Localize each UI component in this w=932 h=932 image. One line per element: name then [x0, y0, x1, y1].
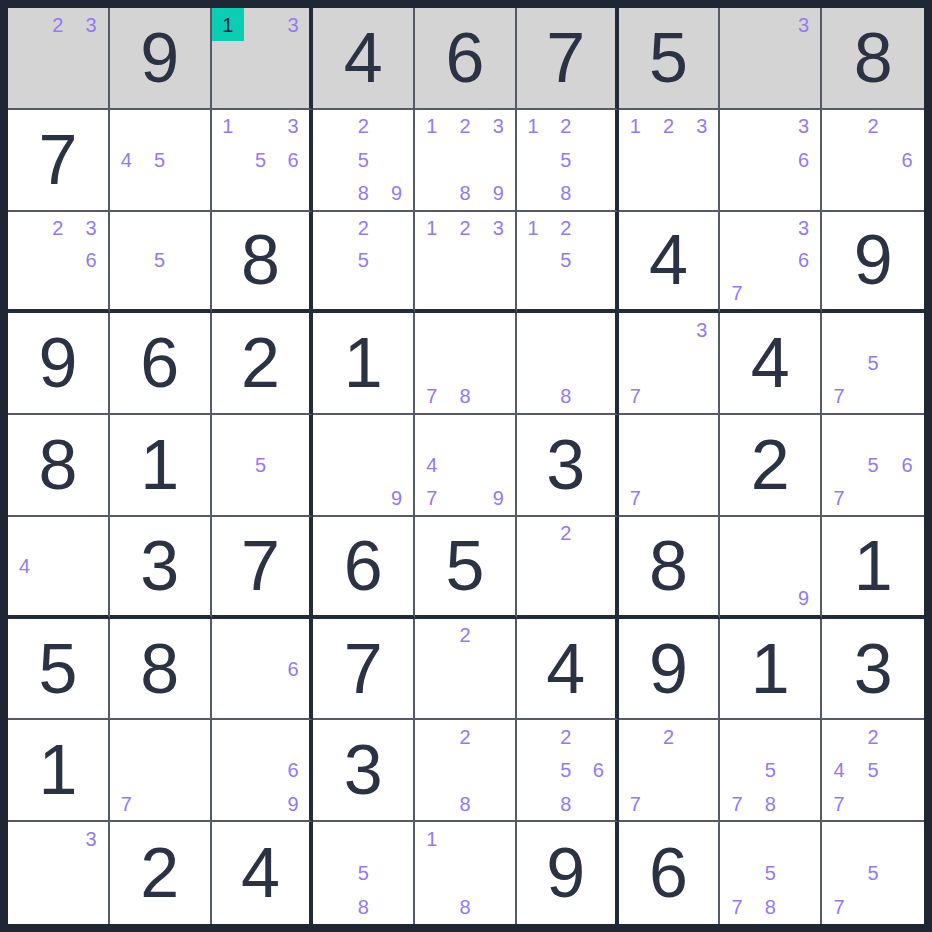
candidate-slot — [685, 787, 718, 820]
candidate-slot — [110, 244, 143, 277]
candidate-slot — [41, 41, 74, 74]
candidate-slot — [652, 143, 685, 176]
candidate-slot — [313, 176, 346, 209]
cell-r4c3[interactable]: 2 — [212, 313, 314, 415]
candidate-slot — [313, 277, 346, 310]
candidate-slot — [856, 822, 890, 856]
cell-r8c9[interactable]: 2457 — [822, 720, 924, 822]
candidate-slot — [41, 517, 74, 550]
cell-r7c4[interactable]: 7 — [313, 619, 415, 721]
cell-r8c1[interactable]: 1 — [8, 720, 110, 822]
cell-r4c1[interactable]: 9 — [8, 313, 110, 415]
candidate-slot — [482, 380, 515, 413]
candidate-slot — [787, 822, 820, 856]
candidate-slot — [890, 347, 924, 380]
candidate-slot — [110, 754, 143, 787]
candidate-4: 4 — [110, 143, 143, 176]
cell-r4c4[interactable]: 1 — [313, 313, 415, 415]
candidate-slot — [652, 482, 685, 515]
cell-value: 3 — [854, 634, 893, 704]
cell-r7c1[interactable]: 5 — [8, 619, 110, 721]
candidate-slot — [517, 244, 550, 277]
cell-r8c8[interactable]: 578 — [720, 720, 822, 822]
candidate-slot — [415, 143, 448, 176]
candidate-grid: 236 — [8, 212, 108, 310]
candidate-slot — [482, 685, 515, 718]
candidate-slot — [822, 822, 856, 856]
cell-r4c2[interactable]: 6 — [110, 313, 212, 415]
candidate-slot — [890, 482, 924, 515]
candidate-slot — [415, 244, 448, 277]
candidate-slot — [313, 890, 346, 924]
candidate-5: 5 — [754, 856, 787, 890]
candidate-3: 3 — [685, 110, 718, 143]
candidate-slot — [890, 380, 924, 413]
candidate-3: 3 — [482, 212, 515, 245]
candidate-slot — [448, 822, 481, 856]
candidate-2: 2 — [41, 212, 74, 245]
candidate-slot — [313, 822, 346, 856]
cell-r5c2[interactable]: 1 — [110, 415, 212, 517]
candidate-5: 5 — [347, 143, 380, 176]
cell-value: 5 — [38, 634, 77, 704]
cell-r5c7[interactable]: 7 — [619, 415, 721, 517]
candidate-slot — [787, 517, 820, 550]
candidate-grid: 57 — [822, 822, 924, 924]
cell-r7c3[interactable]: 6 — [212, 619, 314, 721]
cell-r6c9[interactable]: 1 — [822, 517, 924, 619]
candidate-8: 8 — [347, 176, 380, 209]
candidate-slot — [856, 787, 890, 820]
candidate-slot — [244, 685, 277, 718]
cell-r3c6[interactable]: 125 — [517, 212, 619, 314]
candidate-slot — [110, 176, 143, 209]
candidate-grid: 58 — [313, 822, 413, 924]
candidate-2: 2 — [448, 212, 481, 245]
candidate-slot — [176, 176, 209, 209]
candidate-2: 2 — [41, 8, 74, 41]
cell-r2c6[interactable]: 1258 — [517, 110, 619, 212]
candidate-slot — [41, 890, 74, 924]
cell-r9c8[interactable]: 578 — [720, 822, 822, 924]
candidate-7: 7 — [822, 482, 856, 515]
candidate-slot — [212, 143, 245, 176]
candidate-slot — [652, 415, 685, 448]
candidate-slot — [380, 277, 413, 310]
candidate-3: 3 — [75, 8, 108, 41]
candidate-slot — [787, 75, 820, 108]
cell-r3c8[interactable]: 367 — [720, 212, 822, 314]
cell-r5c9[interactable]: 567 — [822, 415, 924, 517]
cell-value: 1 — [751, 634, 790, 704]
candidate-2: 2 — [549, 720, 582, 753]
candidate-5: 5 — [856, 347, 890, 380]
candidate-grid: 9 — [313, 415, 413, 515]
candidate-grid: 36 — [720, 110, 820, 210]
cell-r5c4[interactable]: 9 — [313, 415, 415, 517]
cell-r7c5[interactable]: 2 — [415, 619, 517, 721]
cell-r4c9[interactable]: 57 — [822, 313, 924, 415]
cell-value: 6 — [140, 328, 179, 398]
candidate-slot — [143, 277, 176, 310]
cell-r1c5[interactable]: 6 — [415, 8, 517, 110]
candidate-slot — [652, 347, 685, 380]
candidate-slot — [720, 143, 753, 176]
cell-r2c4[interactable]: 2589 — [313, 110, 415, 212]
candidate-slot — [890, 176, 924, 209]
cell-r2c2[interactable]: 45 — [110, 110, 212, 212]
candidate-slot — [244, 415, 277, 448]
candidate-slot — [754, 549, 787, 582]
candidate-slot — [652, 313, 685, 346]
cell-r3c5[interactable]: 123 — [415, 212, 517, 314]
cell-r8c4[interactable]: 3 — [313, 720, 415, 822]
cell-r4c8[interactable]: 4 — [720, 313, 822, 415]
candidate-grid: 45 — [110, 110, 210, 210]
candidate-grid: 4 — [8, 517, 108, 615]
candidate-6: 6 — [890, 448, 924, 481]
candidate-3: 3 — [787, 110, 820, 143]
candidate-6: 6 — [277, 143, 310, 176]
cell-r7c7[interactable]: 9 — [619, 619, 721, 721]
candidate-5: 5 — [347, 856, 380, 890]
candidate-slot — [244, 176, 277, 209]
cell-r9c5[interactable]: 18 — [415, 822, 517, 924]
candidate-1: 1 — [415, 110, 448, 143]
candidate-8: 8 — [549, 787, 582, 820]
candidate-slot — [787, 754, 820, 787]
candidate-grid: 23 — [8, 8, 108, 108]
candidate-slot — [415, 787, 448, 820]
candidate-slot — [720, 720, 753, 753]
candidate-slot — [212, 652, 245, 685]
cell-r8c3[interactable]: 69 — [212, 720, 314, 822]
cell-value: 8 — [140, 634, 179, 704]
candidate-slot — [75, 582, 108, 615]
candidate-slot — [856, 176, 890, 209]
candidate-slot — [787, 549, 820, 582]
candidate-slot — [754, 143, 787, 176]
candidate-9: 9 — [380, 482, 413, 515]
cell-r4c5[interactable]: 78 — [415, 313, 517, 415]
candidate-1: 1 — [212, 8, 245, 41]
candidate-8: 8 — [754, 787, 787, 820]
cell-r5c5[interactable]: 479 — [415, 415, 517, 517]
candidate-slot — [176, 720, 209, 753]
candidate-slot — [787, 176, 820, 209]
candidate-slot — [415, 313, 448, 346]
cell-r3c2[interactable]: 5 — [110, 212, 212, 314]
candidate-1: 1 — [415, 212, 448, 245]
candidate-slot — [720, 822, 753, 856]
candidate-8: 8 — [448, 890, 481, 924]
cell-r9c4[interactable]: 58 — [313, 822, 415, 924]
candidate-slot — [549, 582, 582, 615]
cell-r6c3[interactable]: 7 — [212, 517, 314, 619]
candidate-slot — [347, 277, 380, 310]
cell-value: 2 — [140, 838, 179, 908]
candidate-6: 6 — [277, 652, 310, 685]
candidate-grid: 3 — [720, 8, 820, 108]
candidate-slot — [856, 313, 890, 346]
candidate-slot — [380, 890, 413, 924]
candidate-slot — [482, 619, 515, 652]
candidate-slot — [890, 415, 924, 448]
cell-value: 4 — [649, 225, 688, 295]
candidate-slot — [448, 685, 481, 718]
candidate-5: 5 — [347, 244, 380, 277]
cell-r1c3[interactable]: 13 — [212, 8, 314, 110]
candidate-3: 3 — [277, 110, 310, 143]
candidate-slot — [482, 415, 515, 448]
cell-r9c2[interactable]: 2 — [110, 822, 212, 924]
cell-value: 6 — [344, 531, 383, 601]
cell-r9c6[interactable]: 9 — [517, 822, 619, 924]
candidate-slot — [8, 75, 41, 108]
cell-r7c8[interactable]: 1 — [720, 619, 822, 721]
cell-r8c7[interactable]: 27 — [619, 720, 721, 822]
cell-r9c9[interactable]: 57 — [822, 822, 924, 924]
candidate-slot — [517, 582, 550, 615]
candidate-4: 4 — [415, 448, 448, 481]
candidate-8: 8 — [549, 380, 582, 413]
cell-value: 6 — [649, 838, 688, 908]
candidate-slot — [143, 787, 176, 820]
candidate-slot — [482, 448, 515, 481]
cell-r5c1[interactable]: 8 — [8, 415, 110, 517]
candidate-slot — [890, 110, 924, 143]
candidate-slot — [890, 890, 924, 924]
cell-value: 4 — [546, 634, 585, 704]
candidate-slot — [313, 244, 346, 277]
candidate-2: 2 — [856, 720, 890, 753]
candidate-2: 2 — [549, 110, 582, 143]
candidate-3: 3 — [75, 822, 108, 856]
candidate-slot — [720, 110, 753, 143]
cell-r6c1[interactable]: 4 — [8, 517, 110, 619]
candidate-7: 7 — [822, 787, 856, 820]
cell-r5c3[interactable]: 5 — [212, 415, 314, 517]
candidate-slot — [482, 856, 515, 890]
cell-r9c3[interactable]: 4 — [212, 822, 314, 924]
candidate-slot — [8, 582, 41, 615]
candidate-slot — [380, 822, 413, 856]
candidate-grid: 3 — [8, 822, 108, 924]
cell-value: 3 — [344, 735, 383, 805]
cell-r5c8[interactable]: 2 — [720, 415, 822, 517]
candidate-slot — [720, 176, 753, 209]
candidate-7: 7 — [619, 482, 652, 515]
candidate-slot — [890, 720, 924, 753]
candidate-5: 5 — [143, 244, 176, 277]
candidate-5: 5 — [143, 143, 176, 176]
cell-r8c5[interactable]: 28 — [415, 720, 517, 822]
candidate-slot — [41, 822, 74, 856]
candidate-9: 9 — [482, 482, 515, 515]
candidate-slot — [652, 754, 685, 787]
candidate-slot — [582, 212, 615, 245]
cell-r1c7[interactable]: 5 — [619, 8, 721, 110]
candidate-slot — [313, 415, 346, 448]
cell-r1c4[interactable]: 4 — [313, 8, 415, 110]
candidate-grid: 69 — [212, 720, 310, 820]
cell-r1c2[interactable]: 9 — [110, 8, 212, 110]
cell-r6c6[interactable]: 2 — [517, 517, 619, 619]
candidate-slot — [380, 244, 413, 277]
candidate-2: 2 — [652, 110, 685, 143]
cell-r4c7[interactable]: 37 — [619, 313, 721, 415]
candidate-slot — [347, 822, 380, 856]
candidate-6: 6 — [277, 754, 310, 787]
cell-r6c8[interactable]: 9 — [720, 517, 822, 619]
candidate-1: 1 — [619, 110, 652, 143]
candidate-6: 6 — [890, 143, 924, 176]
candidate-grid: 18 — [415, 822, 515, 924]
candidate-slot — [313, 212, 346, 245]
candidate-slot — [856, 415, 890, 448]
candidate-slot — [244, 787, 277, 820]
cell-r9c7[interactable]: 6 — [619, 822, 721, 924]
candidate-slot — [415, 856, 448, 890]
candidate-slot — [549, 549, 582, 582]
candidate-slot — [277, 685, 310, 718]
candidate-slot — [582, 517, 615, 550]
cell-r6c2[interactable]: 3 — [110, 517, 212, 619]
candidate-grid: 27 — [619, 720, 719, 820]
cell-value: 1 — [854, 531, 893, 601]
cell-r1c6[interactable]: 7 — [517, 8, 619, 110]
candidate-slot — [448, 313, 481, 346]
cell-r2c3[interactable]: 1356 — [212, 110, 314, 212]
candidate-slot — [277, 415, 310, 448]
cell-r4c6[interactable]: 8 — [517, 313, 619, 415]
candidate-slot — [244, 41, 277, 74]
candidate-grid: 1356 — [212, 110, 310, 210]
cell-r5c6[interactable]: 3 — [517, 415, 619, 517]
cell-value: 9 — [140, 23, 179, 93]
cell-r7c2[interactable]: 8 — [110, 619, 212, 721]
candidate-slot — [517, 720, 550, 753]
cell-r6c4[interactable]: 6 — [313, 517, 415, 619]
candidate-slot — [685, 720, 718, 753]
cell-r6c7[interactable]: 8 — [619, 517, 721, 619]
candidate-slot — [143, 110, 176, 143]
cell-r6c5[interactable]: 5 — [415, 517, 517, 619]
cell-r2c1[interactable]: 7 — [8, 110, 110, 212]
cell-value: 8 — [649, 531, 688, 601]
cell-r8c6[interactable]: 2568 — [517, 720, 619, 822]
candidate-slot — [754, 517, 787, 550]
candidate-slot — [517, 347, 550, 380]
candidate-slot — [685, 415, 718, 448]
candidate-slot — [720, 212, 753, 245]
cell-r1c1[interactable]: 23 — [8, 8, 110, 110]
candidate-grid: 125 — [517, 212, 615, 310]
cell-value: 7 — [241, 531, 280, 601]
candidate-slot — [448, 143, 481, 176]
cell-value: 1 — [140, 430, 179, 500]
candidate-grid: 2457 — [822, 720, 924, 820]
cell-r3c7[interactable]: 4 — [619, 212, 721, 314]
cell-r2c8[interactable]: 36 — [720, 110, 822, 212]
candidate-slot — [652, 380, 685, 413]
candidate-5: 5 — [856, 754, 890, 787]
cell-value: 8 — [854, 23, 893, 93]
candidate-grid: 78 — [415, 313, 515, 413]
candidate-slot — [8, 277, 41, 310]
cell-r2c5[interactable]: 12389 — [415, 110, 517, 212]
candidate-slot — [41, 549, 74, 582]
candidate-grid: 578 — [720, 822, 820, 924]
candidate-slot — [143, 212, 176, 245]
candidate-slot — [313, 482, 346, 515]
candidate-slot — [380, 415, 413, 448]
candidate-slot — [720, 517, 753, 550]
candidate-slot — [787, 890, 820, 924]
candidate-slot — [448, 347, 481, 380]
cell-r1c8[interactable]: 3 — [720, 8, 822, 110]
cell-r1c9[interactable]: 8 — [822, 8, 924, 110]
candidate-slot — [448, 754, 481, 787]
candidate-slot — [212, 685, 245, 718]
cell-r3c4[interactable]: 25 — [313, 212, 415, 314]
candidate-slot — [313, 448, 346, 481]
cell-r3c3[interactable]: 8 — [212, 212, 314, 314]
candidate-7: 7 — [110, 787, 143, 820]
cell-value: 3 — [546, 430, 585, 500]
candidate-slot — [822, 720, 856, 753]
cell-r7c9[interactable]: 3 — [822, 619, 924, 721]
candidate-slot — [482, 143, 515, 176]
candidate-3: 3 — [787, 8, 820, 41]
candidate-grid: 37 — [619, 313, 719, 413]
cell-r7c6[interactable]: 4 — [517, 619, 619, 721]
candidate-slot — [582, 277, 615, 310]
candidate-slot — [754, 8, 787, 41]
candidate-slot — [754, 277, 787, 310]
cell-value: 8 — [38, 430, 77, 500]
candidate-slot — [652, 448, 685, 481]
cell-r9c1[interactable]: 3 — [8, 822, 110, 924]
candidate-7: 7 — [619, 787, 652, 820]
cell-value: 8 — [241, 225, 280, 295]
cell-r2c9[interactable]: 26 — [822, 110, 924, 212]
cell-r2c7[interactable]: 123 — [619, 110, 721, 212]
candidate-slot — [8, 517, 41, 550]
candidate-6: 6 — [582, 754, 615, 787]
candidate-slot — [75, 277, 108, 310]
candidate-slot — [244, 8, 277, 41]
candidate-slot — [890, 822, 924, 856]
candidate-5: 5 — [856, 856, 890, 890]
cell-value: 2 — [751, 430, 790, 500]
cell-r3c9[interactable]: 9 — [822, 212, 924, 314]
cell-value: 4 — [344, 23, 383, 93]
candidate-slot — [685, 448, 718, 481]
candidate-grid: 7 — [619, 415, 719, 515]
candidate-slot — [856, 890, 890, 924]
candidate-slot — [517, 517, 550, 550]
candidate-slot — [75, 517, 108, 550]
candidate-9: 9 — [277, 787, 310, 820]
cell-value: 7 — [546, 23, 585, 93]
cell-r3c1[interactable]: 236 — [8, 212, 110, 314]
candidate-7: 7 — [720, 277, 753, 310]
candidate-slot — [652, 787, 685, 820]
candidate-slot — [277, 482, 310, 515]
candidate-grid: 26 — [822, 110, 924, 210]
cell-r8c2[interactable]: 7 — [110, 720, 212, 822]
